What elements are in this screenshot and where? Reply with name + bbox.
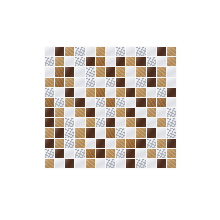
- mosaic-tile-t-r2c9: [126, 57, 135, 66]
- mosaic-tile-w-r7c10: [136, 108, 145, 117]
- mosaic-tile-w-r4c13: [167, 78, 176, 87]
- mosaic-tile-w-r9c6: [96, 128, 105, 137]
- mosaic-tile-f-r1c4: [75, 47, 84, 56]
- mosaic-tile-t-r8c9: [126, 118, 135, 127]
- mosaic-tile-w-r3c13: [167, 67, 176, 76]
- mosaic-tile-d-r5c3: [65, 88, 74, 97]
- mosaic-tile-w-r8c8: [116, 118, 125, 127]
- mosaic-tile-w-r5c11: [147, 88, 156, 97]
- mosaic-tile-w-r3c1: [45, 67, 54, 76]
- mosaic-tile-f-r8c3: [65, 118, 74, 127]
- mosaic-tile-t-r1c3: [65, 47, 74, 56]
- mosaic-tile-t-r12c1: [45, 159, 54, 168]
- mosaic-tile-d-r5c13: [167, 88, 176, 97]
- mosaic-tile-w-r12c11: [147, 159, 156, 168]
- mosaic-tile-o-r6c1: [45, 98, 54, 107]
- mosaic-tile-d-r6c10: [136, 98, 145, 107]
- mosaic-tile-w-r11c3: [65, 149, 74, 158]
- mosaic-tile-t-r12c5: [86, 159, 95, 168]
- mosaic-tile-d-r2c5: [86, 57, 95, 66]
- mosaic-tile-w-r3c9: [126, 67, 135, 76]
- mosaic-tile-t-r10c8: [116, 139, 125, 148]
- mosaic-tile-w-r1c9: [126, 47, 135, 56]
- mosaic-tile-f-r12c7: [106, 159, 115, 168]
- mosaic-tile-o-r9c7: [106, 128, 115, 137]
- mosaic-tile-t-r8c2: [55, 118, 64, 127]
- mosaic-tile-f-r4c7: [106, 78, 115, 87]
- mosaic-tile-d-r9c11: [147, 128, 156, 137]
- mosaic-tile-w-r11c10: [136, 149, 145, 158]
- mosaic-tile-t-r9c10: [136, 128, 145, 137]
- mosaic-tile-f-r4c5: [86, 78, 95, 87]
- mosaic-tile-d-r10c1: [45, 139, 54, 148]
- mosaic-tile-t-r7c4: [75, 108, 84, 117]
- mosaic-tile-f-r3c5: [86, 67, 95, 76]
- mosaic-tile-f-r6c6: [96, 98, 105, 107]
- mosaic-tile-t-r1c13: [167, 47, 176, 56]
- mosaic-tile-f-r2c11: [147, 57, 156, 66]
- mosaic-tile-d-r10c10: [136, 139, 145, 148]
- mosaic-tile-f-r7c7: [106, 108, 115, 117]
- mosaic-tile-f-r5c1: [45, 88, 54, 97]
- mosaic-tile-f-r10c11: [147, 139, 156, 148]
- mosaic-tile-f-r11c1: [45, 149, 54, 158]
- mosaic-tile-w-r5c7: [106, 88, 115, 97]
- mosaic-tile-d-r7c9: [126, 108, 135, 117]
- mosaic-tile-w-r1c1: [45, 47, 54, 56]
- mosaic-tile-t-r6c3: [65, 98, 74, 107]
- mosaic-tile-w-r9c9: [126, 128, 135, 137]
- mosaic-tile-w-r1c5: [86, 47, 95, 56]
- mosaic-tile-f-r8c6: [96, 118, 105, 127]
- mosaic-tile-t-r10c12: [157, 139, 166, 148]
- mosaic-tile-d-r12c9: [126, 159, 135, 168]
- mosaic-tile-f-r2c4: [75, 57, 84, 66]
- mosaic-tile-w-r5c4: [75, 88, 84, 97]
- mosaic-tile-t-r10c2: [55, 139, 64, 148]
- mosaic-tile-w-r4c6: [96, 78, 105, 87]
- mosaic-tile-d-r1c12: [157, 47, 166, 56]
- mosaic-tile-o-r11c5: [86, 149, 95, 158]
- mosaic-tile-d-r3c11: [147, 67, 156, 76]
- mosaic-tile-f-r1c10: [136, 47, 145, 56]
- mosaic-tile-f-r11c12: [157, 149, 166, 158]
- mosaic-tile-t-r5c10: [136, 88, 145, 97]
- mosaic-tile-w-r10c7: [106, 139, 115, 148]
- mosaic-tile-d-r1c2: [55, 47, 64, 56]
- mosaic-tile-t-r4c3: [65, 78, 74, 87]
- product-photo-canvas: [0, 0, 220, 220]
- mosaic-tile-w-r2c3: [65, 57, 74, 66]
- mosaic-tile-w-r12c6: [96, 159, 105, 168]
- mosaic-tile-t-r9c1: [45, 128, 54, 137]
- mosaic-tile-w-r12c8: [116, 159, 125, 168]
- mosaic-tile-t-r2c13: [167, 57, 176, 66]
- mosaic-tile-d-r2c10: [136, 57, 145, 66]
- mosaic-tile-d-r7c5: [86, 108, 95, 117]
- mosaic-tile-w-r6c5: [86, 98, 95, 107]
- mosaic-tile-w-r5c2: [55, 88, 64, 97]
- mosaic-tile-w-r9c12: [157, 128, 166, 137]
- mosaic-tile-t-r5c8: [116, 88, 125, 97]
- mosaic-tile-f-r7c13: [167, 108, 176, 117]
- mosaic-tile-o-r6c12: [157, 98, 166, 107]
- mosaic-tile-w-r12c4: [75, 159, 84, 168]
- mosaic-tile-d-r3c3: [65, 67, 74, 76]
- mosaic-tile-f-r4c10: [136, 78, 145, 87]
- mosaic-tile-w-r8c4: [75, 118, 84, 127]
- mosaic-tile-d-r8c10: [136, 118, 145, 127]
- mosaic-tile-o-r10c9: [126, 139, 135, 148]
- mosaic-tile-w-r10c5: [86, 139, 95, 148]
- mosaic-tile-t-r3c10: [136, 67, 145, 76]
- mosaic-tile-f-r12c10: [136, 159, 145, 168]
- mosaic-tile-t-r3c12: [157, 67, 166, 76]
- mosaic-tile-f-r9c3: [65, 128, 74, 137]
- mosaic-tile-o-r3c2: [55, 67, 64, 76]
- mosaic-tile-f-r1c8: [116, 47, 125, 56]
- mosaic-tile-t-r7c11: [147, 108, 156, 117]
- mosaic-tile-d-r9c5: [86, 128, 95, 137]
- mosaic-tile-w-r8c11: [147, 118, 156, 127]
- mosaic-tile-f-r11c8: [116, 149, 125, 158]
- mosaic-tile-t-r3c6: [96, 67, 105, 76]
- mosaic-tile-f-r9c8: [116, 128, 125, 137]
- mosaic-tile-t-r12c13: [167, 159, 176, 168]
- mosaic-tile-t-r10c4: [75, 139, 84, 148]
- mosaic-tile-d-r10c13: [167, 139, 176, 148]
- mosaic-tile-o-r6c7: [106, 98, 115, 107]
- mosaic-tile-f-r5c12: [157, 88, 166, 97]
- mosaic-tile-w-r2c12: [157, 57, 166, 66]
- mosaic-tile-t-r4c12: [157, 78, 166, 87]
- mosaic-sheet: [45, 47, 176, 168]
- mosaic-tile-f-r11c4: [75, 149, 84, 158]
- mosaic-tile-w-r12c2: [55, 159, 64, 168]
- mosaic-tile-d-r8c7: [106, 118, 115, 127]
- mosaic-tile-f-r2c1: [45, 57, 54, 66]
- mosaic-tile-d-r9c2: [55, 128, 64, 137]
- mosaic-tile-w-r6c13: [167, 98, 176, 107]
- mosaic-tile-t-r1c6: [96, 47, 105, 56]
- mosaic-tile-o-r5c6: [96, 88, 105, 97]
- mosaic-tile-d-r11c2: [55, 149, 64, 158]
- mosaic-tile-t-r3c8: [116, 67, 125, 76]
- mosaic-tile-d-r5c9: [126, 88, 135, 97]
- mosaic-tile-w-r7c6: [96, 108, 105, 117]
- mosaic-tile-t-r7c8: [116, 108, 125, 117]
- mosaic-tile-d-r10c6: [96, 139, 105, 148]
- mosaic-tile-o-r4c2: [55, 78, 64, 87]
- mosaic-tile-w-r4c9: [126, 78, 135, 87]
- mosaic-tile-t-r5c5: [86, 88, 95, 97]
- mosaic-tile-d-r12c12: [157, 159, 166, 168]
- mosaic-tile-w-r7c12: [157, 108, 166, 117]
- mosaic-tile-w-r3c4: [75, 67, 84, 76]
- mosaic-tile-t-r7c2: [55, 108, 64, 117]
- mosaic-tile-t-r11c7: [106, 149, 115, 158]
- mosaic-tile-d-r11c9: [126, 149, 135, 158]
- mosaic-tile-d-r11c6: [96, 149, 105, 158]
- mosaic-tile-t-r11c11: [147, 149, 156, 158]
- mosaic-tile-w-r4c4: [75, 78, 84, 87]
- mosaic-tile-o-r6c11: [147, 98, 156, 107]
- mosaic-tile-t-r2c2: [55, 57, 64, 66]
- mosaic-tile-f-r9c13: [167, 128, 176, 137]
- mosaic-tile-d-r3c7: [106, 67, 115, 76]
- mosaic-tile-t-r9c4: [75, 128, 84, 137]
- mosaic-tile-f-r6c8: [116, 98, 125, 107]
- mosaic-tile-d-r4c11: [147, 78, 156, 87]
- mosaic-tile-d-r12c3: [65, 159, 74, 168]
- mosaic-tile-w-r7c3: [65, 108, 74, 117]
- mosaic-tile-o-r2c6: [96, 57, 105, 66]
- mosaic-tile-d-r8c1: [45, 118, 54, 127]
- mosaic-tile-f-r8c13: [167, 118, 176, 127]
- mosaic-tile-w-r2c7: [106, 57, 115, 66]
- mosaic-tile-d-r2c8: [116, 57, 125, 66]
- mosaic-tile-f-r10c3: [65, 139, 74, 148]
- mosaic-tile-t-r4c1: [45, 78, 54, 87]
- mosaic-tile-w-r6c9: [126, 98, 135, 107]
- mosaic-tile-t-r8c5: [86, 118, 95, 127]
- mosaic-tile-t-r8c12: [157, 118, 166, 127]
- mosaic-tile-f-r6c2: [55, 98, 64, 107]
- mosaic-tile-d-r6c4: [75, 98, 84, 107]
- mosaic-tile-d-r7c1: [45, 108, 54, 117]
- mosaic-tile-t-r11c13: [167, 149, 176, 158]
- mosaic-tile-d-r4c8: [116, 78, 125, 87]
- mosaic-tile-w-r1c7: [106, 47, 115, 56]
- mosaic-tile-w-r1c11: [147, 47, 156, 56]
